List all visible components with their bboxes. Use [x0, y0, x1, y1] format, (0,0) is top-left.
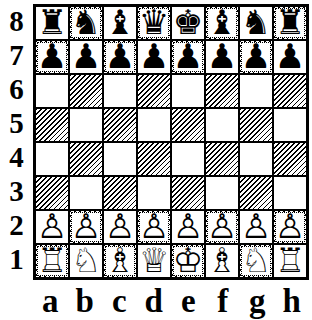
piece-black-pawn: ♟ [207, 39, 237, 73]
square-a4[interactable] [35, 142, 69, 176]
square-e4[interactable] [171, 142, 205, 176]
file-label-e: e [171, 280, 206, 320]
square-b1[interactable]: ♘ [69, 244, 103, 278]
piece-white-knight: ♘ [71, 243, 101, 277]
square-b4[interactable] [69, 142, 103, 176]
square-g3[interactable] [239, 176, 273, 210]
piece-white-rook: ♖ [275, 243, 305, 277]
square-c2[interactable]: ♙ [103, 210, 137, 244]
square-g2[interactable]: ♙ [239, 210, 273, 244]
piece-black-pawn: ♟ [71, 39, 101, 73]
rank-label-4: 4 [0, 140, 33, 174]
piece-white-knight: ♘ [241, 243, 271, 277]
square-h5[interactable] [273, 108, 307, 142]
piece-backing: ♙ [275, 212, 305, 242]
square-g6[interactable] [239, 74, 273, 108]
square-a2[interactable]: ♙ [35, 210, 69, 244]
square-f7[interactable]: ♟ [205, 40, 239, 74]
piece-backing: ♗ [105, 246, 135, 276]
square-h6[interactable] [273, 74, 307, 108]
piece-black-knight: ♞ [71, 5, 101, 39]
piece-black-bishop: ♝ [207, 5, 237, 39]
square-h8[interactable]: ♜ [273, 6, 307, 40]
chess-board: ♜♞♝♛♚♝♞♜♟♟♟♟♟♟♟♟♙♙♙♙♙♙♙♙♖♘♗♕♔♗♘♖ [33, 4, 309, 280]
piece-backing: ♙ [139, 212, 169, 242]
piece-black-rook: ♜ [275, 5, 305, 39]
file-label-c: c [102, 280, 137, 320]
piece-backing: ♞ [71, 8, 101, 38]
square-a8[interactable]: ♜ [35, 6, 69, 40]
piece-backing: ♝ [207, 8, 237, 38]
piece-backing: ♔ [173, 246, 203, 276]
piece-backing: ♙ [207, 212, 237, 242]
piece-backing: ♟ [241, 42, 271, 72]
square-d4[interactable] [137, 142, 171, 176]
square-f4[interactable] [205, 142, 239, 176]
piece-backing: ♜ [275, 8, 305, 38]
rank-label-7: 7 [0, 38, 33, 72]
piece-black-rook: ♜ [37, 5, 67, 39]
square-e3[interactable] [171, 176, 205, 210]
piece-black-queen: ♛ [139, 5, 169, 39]
square-a3[interactable] [35, 176, 69, 210]
square-a6[interactable] [35, 74, 69, 108]
square-d1[interactable]: ♕ [137, 244, 171, 278]
piece-white-pawn: ♙ [105, 209, 135, 243]
piece-backing: ♘ [241, 246, 271, 276]
square-d2[interactable]: ♙ [137, 210, 171, 244]
rank-label-5: 5 [0, 106, 33, 140]
file-label-f: f [206, 280, 241, 320]
chess-diagram: 87654321 ♜♞♝♛♚♝♞♜♟♟♟♟♟♟♟♟♙♙♙♙♙♙♙♙♖♘♗♕♔♗♘… [0, 0, 312, 320]
file-label-g: g [240, 280, 275, 320]
rank-labels: 87654321 [0, 4, 33, 276]
piece-white-pawn: ♙ [241, 209, 271, 243]
piece-backing: ♟ [37, 42, 67, 72]
piece-black-knight: ♞ [241, 5, 271, 39]
piece-backing: ♟ [173, 42, 203, 72]
piece-black-bishop: ♝ [105, 5, 135, 39]
file-labels: abcdefgh [33, 280, 309, 320]
square-h2[interactable]: ♙ [273, 210, 307, 244]
square-b3[interactable] [69, 176, 103, 210]
piece-black-pawn: ♟ [37, 39, 67, 73]
piece-white-pawn: ♙ [207, 209, 237, 243]
square-d5[interactable] [137, 108, 171, 142]
file-label-h: h [275, 280, 310, 320]
piece-black-king: ♚ [173, 5, 203, 39]
square-c7[interactable]: ♟ [103, 40, 137, 74]
square-d8[interactable]: ♛ [137, 6, 171, 40]
square-g5[interactable] [239, 108, 273, 142]
piece-white-bishop: ♗ [207, 243, 237, 277]
square-f8[interactable]: ♝ [205, 6, 239, 40]
file-label-b: b [68, 280, 103, 320]
board-area: 87654321 ♜♞♝♛♚♝♞♜♟♟♟♟♟♟♟♟♙♙♙♙♙♙♙♙♖♘♗♕♔♗♘… [0, 0, 312, 280]
piece-black-pawn: ♟ [139, 39, 169, 73]
piece-white-king: ♔ [173, 243, 203, 277]
square-b2[interactable]: ♙ [69, 210, 103, 244]
file-labels-row: abcdefgh [0, 280, 312, 320]
rank-label-8: 8 [0, 4, 33, 38]
square-e6[interactable] [171, 74, 205, 108]
piece-white-pawn: ♙ [37, 209, 67, 243]
piece-white-pawn: ♙ [173, 209, 203, 243]
square-e5[interactable] [171, 108, 205, 142]
piece-backing: ♛ [139, 8, 169, 38]
square-c5[interactable] [103, 108, 137, 142]
rank-label-6: 6 [0, 72, 33, 106]
piece-backing: ♟ [105, 42, 135, 72]
square-b7[interactable]: ♟ [69, 40, 103, 74]
piece-black-pawn: ♟ [173, 39, 203, 73]
square-g7[interactable]: ♟ [239, 40, 273, 74]
piece-white-rook: ♖ [37, 243, 67, 277]
rank-label-1: 1 [0, 242, 33, 276]
square-d7[interactable]: ♟ [137, 40, 171, 74]
square-c6[interactable] [103, 74, 137, 108]
square-h4[interactable] [273, 142, 307, 176]
square-f6[interactable] [205, 74, 239, 108]
square-a1[interactable]: ♖ [35, 244, 69, 278]
square-f5[interactable] [205, 108, 239, 142]
square-c1[interactable]: ♗ [103, 244, 137, 278]
rank-label-3: 3 [0, 174, 33, 208]
square-e2[interactable]: ♙ [171, 210, 205, 244]
square-f3[interactable] [205, 176, 239, 210]
square-d6[interactable] [137, 74, 171, 108]
piece-white-pawn: ♙ [275, 209, 305, 243]
square-e8[interactable]: ♚ [171, 6, 205, 40]
rank-label-2: 2 [0, 208, 33, 242]
square-f2[interactable]: ♙ [205, 210, 239, 244]
square-b5[interactable] [69, 108, 103, 142]
square-g4[interactable] [239, 142, 273, 176]
piece-white-bishop: ♗ [105, 243, 135, 277]
square-a7[interactable]: ♟ [35, 40, 69, 74]
piece-backing: ♖ [37, 246, 67, 276]
square-e7[interactable]: ♟ [171, 40, 205, 74]
piece-black-pawn: ♟ [105, 39, 135, 73]
square-g1[interactable]: ♘ [239, 244, 273, 278]
file-label-a: a [33, 280, 68, 320]
square-d3[interactable] [137, 176, 171, 210]
square-c3[interactable] [103, 176, 137, 210]
square-h7[interactable]: ♟ [273, 40, 307, 74]
square-f1[interactable]: ♗ [205, 244, 239, 278]
square-b6[interactable] [69, 74, 103, 108]
piece-white-pawn: ♙ [139, 209, 169, 243]
piece-black-pawn: ♟ [241, 39, 271, 73]
square-c4[interactable] [103, 142, 137, 176]
piece-black-pawn: ♟ [275, 39, 305, 73]
square-g8[interactable]: ♞ [239, 6, 273, 40]
file-label-d: d [137, 280, 172, 320]
file-labels-spacer [0, 280, 33, 320]
square-b8[interactable]: ♞ [69, 6, 103, 40]
square-h3[interactable] [273, 176, 307, 210]
piece-backing: ♙ [71, 212, 101, 242]
square-a5[interactable] [35, 108, 69, 142]
square-h1[interactable]: ♖ [273, 244, 307, 278]
piece-white-pawn: ♙ [71, 209, 101, 243]
square-e1[interactable]: ♔ [171, 244, 205, 278]
piece-white-queen: ♕ [139, 243, 169, 277]
square-c8[interactable]: ♝ [103, 6, 137, 40]
